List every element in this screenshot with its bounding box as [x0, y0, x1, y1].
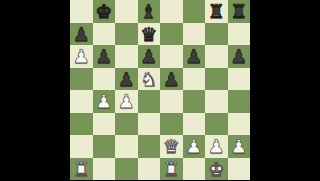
square-g6[interactable]: [205, 45, 228, 68]
piece-black-rook[interactable]: ♜: [208, 0, 225, 23]
square-e1[interactable]: ♜: [160, 158, 183, 181]
square-a7[interactable]: ♟: [70, 23, 93, 46]
square-a6[interactable]: ♟: [70, 45, 93, 68]
piece-white-king[interactable]: ♚: [208, 158, 225, 181]
square-b6[interactable]: ♟: [93, 45, 116, 68]
square-g2[interactable]: ♟: [205, 135, 228, 158]
square-h8[interactable]: ♜: [228, 0, 251, 23]
square-h6[interactable]: ♟: [228, 45, 251, 68]
square-d8[interactable]: ♝: [138, 0, 161, 23]
square-h3[interactable]: [228, 113, 251, 136]
piece-black-pawn[interactable]: ♟: [140, 45, 157, 68]
square-d1[interactable]: [138, 158, 161, 181]
square-h4[interactable]: [228, 90, 251, 113]
square-e7[interactable]: [160, 23, 183, 46]
square-d3[interactable]: [138, 113, 161, 136]
square-b1[interactable]: [93, 158, 116, 181]
square-h1[interactable]: [228, 158, 251, 181]
square-g5[interactable]: [205, 68, 228, 91]
square-f7[interactable]: [183, 23, 206, 46]
piece-white-knight[interactable]: ♞: [140, 68, 157, 91]
square-g7[interactable]: [205, 23, 228, 46]
piece-black-king[interactable]: ♚: [95, 0, 112, 23]
piece-white-rook[interactable]: ♜: [73, 158, 90, 181]
square-d7[interactable]: ♛: [138, 23, 161, 46]
square-f2[interactable]: ♟: [183, 135, 206, 158]
piece-black-pawn[interactable]: ♟: [95, 45, 112, 68]
letterbox-right: [250, 0, 320, 180]
piece-black-pawn[interactable]: ♟: [163, 68, 180, 91]
square-b5[interactable]: [93, 68, 116, 91]
square-f8[interactable]: [183, 0, 206, 23]
chess-app-viewport: ♚♝♜♜♟♛♟♟♟♟♟♟♞♟♟♟♛♟♟♟♜♜♚: [0, 0, 320, 180]
square-a3[interactable]: [70, 113, 93, 136]
square-c1[interactable]: [115, 158, 138, 181]
piece-white-pawn[interactable]: ♟: [230, 135, 247, 158]
square-h2[interactable]: ♟: [228, 135, 251, 158]
piece-white-pawn[interactable]: ♟: [118, 90, 135, 113]
square-g4[interactable]: [205, 90, 228, 113]
square-c6[interactable]: [115, 45, 138, 68]
piece-white-rook[interactable]: ♜: [163, 158, 180, 181]
square-f5[interactable]: [183, 68, 206, 91]
square-a1[interactable]: ♜: [70, 158, 93, 181]
square-f1[interactable]: [183, 158, 206, 181]
square-g3[interactable]: [205, 113, 228, 136]
square-g8[interactable]: ♜: [205, 0, 228, 23]
letterbox-left: [0, 0, 70, 180]
square-e3[interactable]: [160, 113, 183, 136]
chess-board: ♚♝♜♜♟♛♟♟♟♟♟♟♞♟♟♟♛♟♟♟♜♜♚: [70, 0, 250, 180]
square-b7[interactable]: [93, 23, 116, 46]
piece-white-queen[interactable]: ♛: [163, 135, 180, 158]
square-e8[interactable]: [160, 0, 183, 23]
square-c4[interactable]: ♟: [115, 90, 138, 113]
piece-white-pawn[interactable]: ♟: [185, 135, 202, 158]
square-f3[interactable]: [183, 113, 206, 136]
piece-white-pawn[interactable]: ♟: [95, 90, 112, 113]
square-f4[interactable]: [183, 90, 206, 113]
square-c2[interactable]: [115, 135, 138, 158]
piece-black-pawn[interactable]: ♟: [185, 45, 202, 68]
square-d4[interactable]: [138, 90, 161, 113]
piece-black-bishop[interactable]: ♝: [140, 0, 157, 23]
square-a4[interactable]: [70, 90, 93, 113]
square-f6[interactable]: ♟: [183, 45, 206, 68]
square-a5[interactable]: [70, 68, 93, 91]
square-d2[interactable]: [138, 135, 161, 158]
square-e6[interactable]: [160, 45, 183, 68]
piece-white-pawn[interactable]: ♟: [208, 135, 225, 158]
square-g1[interactable]: ♚: [205, 158, 228, 181]
square-b4[interactable]: ♟: [93, 90, 116, 113]
piece-black-pawn[interactable]: ♟: [118, 68, 135, 91]
piece-black-rook[interactable]: ♜: [230, 0, 247, 23]
square-d6[interactable]: ♟: [138, 45, 161, 68]
square-c5[interactable]: ♟: [115, 68, 138, 91]
square-h5[interactable]: [228, 68, 251, 91]
square-a8[interactable]: [70, 0, 93, 23]
square-b3[interactable]: [93, 113, 116, 136]
square-a2[interactable]: [70, 135, 93, 158]
square-h7[interactable]: [228, 23, 251, 46]
piece-black-pawn[interactable]: ♟: [73, 23, 90, 46]
square-d5[interactable]: ♞: [138, 68, 161, 91]
square-e2[interactable]: ♛: [160, 135, 183, 158]
square-b2[interactable]: [93, 135, 116, 158]
square-e4[interactable]: [160, 90, 183, 113]
square-b8[interactable]: ♚: [93, 0, 116, 23]
square-c3[interactable]: [115, 113, 138, 136]
square-e5[interactable]: ♟: [160, 68, 183, 91]
square-c7[interactable]: [115, 23, 138, 46]
square-c8[interactable]: [115, 0, 138, 23]
piece-white-pawn[interactable]: ♟: [73, 45, 90, 68]
piece-black-queen[interactable]: ♛: [140, 23, 157, 46]
piece-black-pawn[interactable]: ♟: [230, 45, 247, 68]
